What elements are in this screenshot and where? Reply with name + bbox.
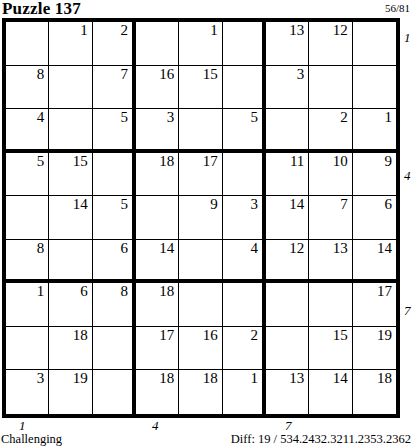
cell-clue: 2: [250, 327, 258, 344]
cell-r2c7[interactable]: 3: [266, 66, 309, 110]
cell-r2c1[interactable]: 8: [6, 66, 49, 110]
cell-clue: 8: [37, 66, 45, 83]
cell-r4c4[interactable]: 18: [136, 153, 179, 197]
cell-clue: 14: [73, 196, 88, 213]
cell-r9c4[interactable]: 18: [136, 370, 179, 414]
cell-r4c6[interactable]: [223, 153, 266, 197]
cell-clue: 4: [37, 109, 45, 126]
cell-r2c9[interactable]: [353, 66, 396, 110]
cell-clue: 11: [290, 153, 304, 170]
cell-r9c6[interactable]: 1: [223, 370, 266, 414]
cell-r9c2[interactable]: 19: [49, 370, 92, 414]
cell-r2c8[interactable]: [309, 66, 352, 110]
row-label-7: 7: [404, 304, 411, 318]
cell-r3c8[interactable]: 2: [309, 109, 352, 153]
cell-clue: 3: [297, 66, 305, 83]
cell-r6c6[interactable]: 4: [223, 240, 266, 284]
cell-r7c7[interactable]: [266, 283, 309, 327]
cell-clue: 5: [120, 196, 128, 213]
cell-clue: 1: [210, 22, 218, 39]
cell-clue: 3: [250, 196, 258, 213]
cell-clue: 5: [37, 153, 45, 170]
cell-clue: 13: [333, 240, 348, 257]
cell-r3c7[interactable]: [266, 109, 309, 153]
cell-r1c9[interactable]: [353, 22, 396, 66]
cell-r9c8[interactable]: 14: [309, 370, 352, 414]
cell-r8c1[interactable]: [6, 327, 49, 371]
cell-clue: 14: [333, 370, 348, 387]
cell-r4c2[interactable]: 15: [49, 153, 92, 197]
cell-r1c6[interactable]: [223, 22, 266, 66]
cell-r8c4[interactable]: 17: [136, 327, 179, 371]
cell-r1c7[interactable]: 13: [266, 22, 309, 66]
cell-r6c4[interactable]: 14: [136, 240, 179, 284]
cell-clue: 19: [377, 327, 392, 344]
cell-r7c9[interactable]: 17: [353, 283, 396, 327]
cell-clue: 14: [159, 240, 174, 257]
cell-clue: 17: [159, 327, 174, 344]
cell-r3c2[interactable]: [49, 109, 92, 153]
cell-clue: 18: [203, 370, 218, 387]
cell-r5c7[interactable]: 14: [266, 196, 309, 240]
cell-r9c3[interactable]: [93, 370, 136, 414]
cell-r5c5[interactable]: 9: [179, 196, 222, 240]
cell-clue: 12: [333, 22, 348, 39]
cell-clue: 15: [203, 66, 218, 83]
cell-clue: 7: [340, 196, 348, 213]
column-label-4: 4: [152, 419, 159, 433]
cell-r7c2[interactable]: 6: [49, 283, 92, 327]
cell-r1c1[interactable]: [6, 22, 49, 66]
difficulty-label: Challenging: [1, 432, 62, 446]
cell-clue: 13: [289, 370, 304, 387]
cell-r6c7[interactable]: 12: [266, 240, 309, 284]
cell-clue: 9: [384, 153, 392, 170]
cell-clue: 6: [80, 283, 88, 300]
cell-clue: 18: [159, 283, 174, 300]
cell-r6c9[interactable]: 14: [353, 240, 396, 284]
cell-r8c2[interactable]: 18: [49, 327, 92, 371]
cell-r2c2[interactable]: [49, 66, 92, 110]
cell-clue: 2: [120, 22, 128, 39]
page-title: Puzzle 137: [2, 0, 81, 19]
column-label-1: 1: [19, 419, 26, 433]
cell-r4c1[interactable]: 5: [6, 153, 49, 197]
cell-r7c4[interactable]: 18: [136, 283, 179, 327]
cell-r5c6[interactable]: 3: [223, 196, 266, 240]
cell-r9c9[interactable]: 18: [353, 370, 396, 414]
cell-r1c2[interactable]: 1: [49, 22, 92, 66]
cell-clue: 1: [80, 22, 88, 39]
cell-clue: 15: [73, 153, 88, 170]
cell-r2c4[interactable]: 16: [136, 66, 179, 110]
clue-count: 56/81: [385, 2, 410, 14]
cell-clue: 13: [289, 22, 304, 39]
cell-clue: 10: [333, 153, 348, 170]
cell-r2c3[interactable]: 7: [93, 66, 136, 110]
cell-clue: 8: [120, 283, 128, 300]
cell-clue: 16: [203, 327, 218, 344]
cell-clue: 18: [159, 153, 174, 170]
cell-clue: 4: [250, 240, 258, 257]
cell-r1c4[interactable]: [136, 22, 179, 66]
cell-r5c4[interactable]: [136, 196, 179, 240]
cell-clue: 8: [37, 240, 45, 257]
cell-r5c2[interactable]: 14: [49, 196, 92, 240]
cell-r6c5[interactable]: [179, 240, 222, 284]
cell-r3c4[interactable]: 3: [136, 109, 179, 153]
cell-clue: 6: [120, 240, 128, 257]
cell-clue: 7: [120, 66, 128, 83]
cell-r9c5[interactable]: 18: [179, 370, 222, 414]
cell-r3c5[interactable]: [179, 109, 222, 153]
cell-r5c9[interactable]: 6: [353, 196, 396, 240]
cell-r8c8[interactable]: 15: [309, 327, 352, 371]
cell-r1c5[interactable]: 1: [179, 22, 222, 66]
cell-r3c3[interactable]: 5: [93, 109, 136, 153]
cell-r4c7[interactable]: 11: [266, 153, 309, 197]
cell-r5c1[interactable]: [6, 196, 49, 240]
cell-clue: 19: [73, 370, 88, 387]
cell-clue: 3: [167, 109, 175, 126]
cell-r3c1[interactable]: 4: [6, 109, 49, 153]
difficulty-detail: Diff: 19 / 534.2432.3211.2353.2362: [231, 432, 411, 446]
cell-clue: 14: [289, 196, 304, 213]
cell-clue: 6: [384, 196, 392, 213]
cell-clue: 18: [159, 370, 174, 387]
cell-clue: 16: [159, 66, 174, 83]
cell-r2c6[interactable]: [223, 66, 266, 110]
cell-r4c3[interactable]: [93, 153, 136, 197]
cell-clue: 14: [377, 240, 392, 257]
cell-clue: 18: [73, 327, 88, 344]
cell-r4c8[interactable]: 10: [309, 153, 352, 197]
cell-r6c2[interactable]: [49, 240, 92, 284]
cell-clue: 17: [377, 283, 392, 300]
cell-clue: 1: [384, 109, 392, 126]
row-label-1: 1: [404, 31, 411, 45]
cell-r7c6[interactable]: [223, 283, 266, 327]
cell-clue: 5: [250, 109, 258, 126]
cell-r8c3[interactable]: [93, 327, 136, 371]
cell-clue: 1: [37, 283, 45, 300]
cell-r6c3[interactable]: 6: [93, 240, 136, 284]
cell-clue: 18: [377, 370, 392, 387]
cell-r3c9[interactable]: 1: [353, 109, 396, 153]
cell-clue: 3: [37, 370, 45, 387]
cell-r7c1[interactable]: 1: [6, 283, 49, 327]
cell-r8c5[interactable]: 16: [179, 327, 222, 371]
cell-r8c6[interactable]: 2: [223, 327, 266, 371]
cell-r7c8[interactable]: [309, 283, 352, 327]
cell-r8c9[interactable]: 19: [353, 327, 396, 371]
cell-r4c5[interactable]: 17: [179, 153, 222, 197]
cell-r7c3[interactable]: 8: [93, 283, 136, 327]
cell-r3c6[interactable]: 5: [223, 109, 266, 153]
cell-clue: 5: [120, 109, 128, 126]
cell-r6c8[interactable]: 13: [309, 240, 352, 284]
cell-clue: 15: [333, 327, 348, 344]
cell-r9c1[interactable]: 3: [6, 370, 49, 414]
cell-clue: 9: [210, 196, 218, 213]
cell-r1c8[interactable]: 12: [309, 22, 352, 66]
cell-clue: 17: [203, 153, 218, 170]
cell-clue: 2: [340, 109, 348, 126]
cell-r1c3[interactable]: 2: [93, 22, 136, 66]
cell-r5c3[interactable]: 5: [93, 196, 136, 240]
cell-r6c1[interactable]: 8: [6, 240, 49, 284]
column-label-7: 7: [285, 419, 292, 433]
cell-r9c7[interactable]: 13: [266, 370, 309, 414]
cell-r2c5[interactable]: 15: [179, 66, 222, 110]
cell-r7c5[interactable]: [179, 283, 222, 327]
cell-r5c8[interactable]: 7: [309, 196, 352, 240]
row-label-4: 4: [404, 169, 411, 183]
cell-r4c9[interactable]: 9: [353, 153, 396, 197]
cell-r8c7[interactable]: [266, 327, 309, 371]
cell-clue: 1: [250, 370, 258, 387]
puzzle-board: 1211312871615345352151518171110914593147…: [2, 18, 400, 418]
cell-clue: 12: [289, 240, 304, 257]
